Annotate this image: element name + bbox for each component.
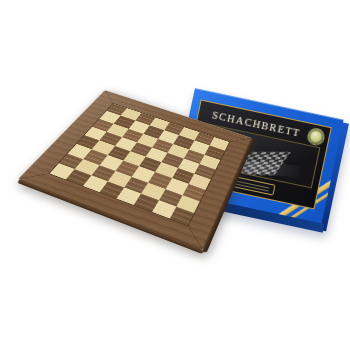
quality-seal-icon bbox=[307, 127, 325, 145]
board-field bbox=[48, 103, 230, 226]
product-photo: SCHACHBRETT bbox=[0, 0, 350, 350]
